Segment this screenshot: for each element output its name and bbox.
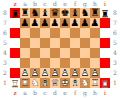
corner-top-right (110, 0, 120, 8)
piece-black-pawn[interactable]: ♟ (30, 18, 40, 28)
square-b4[interactable] (30, 48, 40, 58)
file-label-bottom-b: b (30, 88, 40, 98)
rank-label-left-2: 2 (0, 68, 10, 78)
square-f6[interactable] (70, 28, 80, 38)
rank-label-right-5: 5 (110, 38, 120, 48)
file-label-bottom-a: a (20, 88, 30, 98)
piece-glyph-outline: ♖ (20, 78, 30, 88)
rank-label-right-8: 8 (110, 8, 120, 18)
piece-glyph-outline: ♗ (70, 78, 80, 88)
square-z3[interactable] (10, 58, 20, 68)
piece-glyph-outline: ♘ (80, 78, 90, 88)
file-label-bottom-h: h (90, 88, 100, 98)
piece-glyph: ♟ (40, 18, 50, 28)
rank-label-left-6: 6 (0, 28, 10, 38)
piece-glyph: ♜ (10, 8, 20, 18)
square-e5[interactable] (60, 38, 70, 48)
piece-glyph-outline: ♖ (100, 78, 110, 88)
piece-white-bishop[interactable]: ♝♗ (40, 78, 50, 88)
square-a4[interactable] (20, 48, 30, 58)
square-f1[interactable]: ♝♗ (70, 78, 80, 88)
file-label-top-i: i (100, 0, 110, 8)
square-a1[interactable]: ♜♖ (20, 78, 30, 88)
square-z2[interactable] (10, 68, 20, 78)
square-g5[interactable] (80, 38, 90, 48)
square-f4[interactable] (70, 48, 80, 58)
piece-white-rook[interactable]: ♜♖ (90, 78, 100, 88)
file-label-bottom-c: c (40, 88, 50, 98)
square-a7[interactable]: ♟ (20, 18, 30, 28)
piece-white-knight[interactable]: ♞♘ (30, 78, 40, 88)
piece-glyph: ♟ (30, 18, 40, 28)
rank-label-right-3: 3 (110, 58, 120, 68)
rank-label-left-3: 3 (0, 58, 10, 68)
square-d5[interactable] (50, 38, 60, 48)
square-z8[interactable]: ♜ (10, 8, 20, 18)
piece-glyph-outline: ♘ (30, 78, 40, 88)
piece-black-pawn[interactable]: ♟ (20, 18, 30, 28)
rank-label-left-4: 4 (0, 48, 10, 58)
piece-white-knight[interactable]: ♞♘ (80, 78, 90, 88)
piece-black-cannon[interactable]: ♜ (10, 8, 20, 18)
file-label-bottom-i: i (100, 88, 110, 98)
piece-black-pawn[interactable]: ♟ (80, 18, 90, 28)
file-label-top-z: z (10, 0, 20, 8)
square-c7[interactable]: ♟ (40, 18, 50, 28)
square-f5[interactable] (70, 38, 80, 48)
piece-glyph-outline: ♗ (40, 78, 50, 88)
rank-label-right-1: 1 (110, 78, 120, 88)
square-d1[interactable]: ♛♕ (50, 78, 60, 88)
rank-label-left-5: 5 (0, 38, 10, 48)
rank-label-right-4: 4 (110, 48, 120, 58)
piece-white-cannon[interactable]: ♜♖ (100, 78, 110, 88)
square-z6[interactable] (10, 28, 20, 38)
rank-label-right-7: 7 (110, 18, 120, 28)
piece-glyph: ♟ (90, 18, 100, 28)
square-i8[interactable]: ♜ (100, 8, 110, 18)
square-d6[interactable] (50, 28, 60, 38)
square-b7[interactable]: ♟ (30, 18, 40, 28)
rank-label-left-1: 1 (0, 78, 10, 88)
square-a6[interactable] (20, 28, 30, 38)
file-label-bottom-d: d (50, 88, 60, 98)
square-i7[interactable] (100, 18, 110, 28)
square-e1[interactable]: ♚♔ (60, 78, 70, 88)
square-z1[interactable]: ♜♖ (10, 78, 20, 88)
piece-white-rook[interactable]: ♜♖ (20, 78, 30, 88)
square-c5[interactable] (40, 38, 50, 48)
piece-white-queen[interactable]: ♛♕ (50, 78, 60, 88)
piece-black-pawn[interactable]: ♟ (40, 18, 50, 28)
file-label-bottom-g: g (80, 88, 90, 98)
square-z5[interactable] (10, 38, 20, 48)
square-e4[interactable] (60, 48, 70, 58)
square-h6[interactable] (90, 28, 100, 38)
square-g7[interactable]: ♟ (80, 18, 90, 28)
square-a5[interactable] (20, 38, 30, 48)
piece-black-pawn[interactable]: ♟ (60, 18, 70, 28)
square-e6[interactable] (60, 28, 70, 38)
piece-white-bishop[interactable]: ♝♗ (70, 78, 80, 88)
piece-glyph: ♟ (60, 18, 70, 28)
board-grid: zabcdefghi8♜♜♞♝♛♚♝♞♜♜87♟♟♟♟♟♟♟♟766554433… (0, 0, 120, 98)
square-c4[interactable] (40, 48, 50, 58)
piece-white-king[interactable]: ♚♔ (60, 78, 70, 88)
square-i5[interactable] (100, 38, 110, 48)
square-h7[interactable]: ♟ (90, 18, 100, 28)
square-i3[interactable] (100, 58, 110, 68)
piece-glyph-outline: ♕ (50, 78, 60, 88)
square-z4[interactable] (10, 48, 20, 58)
rank-label-left-7: 7 (0, 18, 10, 28)
square-i2[interactable] (100, 68, 110, 78)
file-label-bottom-f: f (70, 88, 80, 98)
file-label-bottom-z: z (10, 88, 20, 98)
piece-black-pawn[interactable]: ♟ (50, 18, 60, 28)
file-label-bottom-e: e (60, 88, 70, 98)
square-f7[interactable]: ♟ (70, 18, 80, 28)
corner-top-left (0, 0, 10, 8)
square-c6[interactable] (40, 28, 50, 38)
square-h4[interactable] (90, 48, 100, 58)
piece-white-cannon[interactable]: ♜♖ (10, 78, 20, 88)
square-z7[interactable] (10, 18, 20, 28)
rank-label-right-2: 2 (110, 68, 120, 78)
square-c1[interactable]: ♝♗ (40, 78, 50, 88)
piece-glyph: ♟ (70, 18, 80, 28)
square-d4[interactable] (50, 48, 60, 58)
chess-variant-diagram: zabcdefghi8♜♜♞♝♛♚♝♞♜♜87♟♟♟♟♟♟♟♟766554433… (0, 0, 120, 98)
piece-glyph-outline: ♖ (10, 78, 20, 88)
square-b1[interactable]: ♞♘ (30, 78, 40, 88)
square-d7[interactable]: ♟ (50, 18, 60, 28)
piece-glyph: ♜ (100, 8, 110, 18)
corner-bottom-left (0, 88, 10, 98)
square-g6[interactable] (80, 28, 90, 38)
piece-glyph-outline: ♖ (90, 78, 100, 88)
square-h1[interactable]: ♜♖ (90, 78, 100, 88)
square-i4[interactable] (100, 48, 110, 58)
square-e7[interactable]: ♟ (60, 18, 70, 28)
piece-glyph-outline: ♔ (60, 78, 70, 88)
piece-glyph: ♟ (20, 18, 30, 28)
piece-black-pawn[interactable]: ♟ (70, 18, 80, 28)
rank-label-left-8: 8 (0, 8, 10, 18)
square-i6[interactable] (100, 28, 110, 38)
piece-black-cannon[interactable]: ♜ (100, 8, 110, 18)
rank-label-right-6: 6 (110, 28, 120, 38)
piece-glyph: ♟ (50, 18, 60, 28)
square-g1[interactable]: ♞♘ (80, 78, 90, 88)
square-g4[interactable] (80, 48, 90, 58)
square-b6[interactable] (30, 28, 40, 38)
piece-black-pawn[interactable]: ♟ (90, 18, 100, 28)
piece-glyph: ♟ (80, 18, 90, 28)
square-b5[interactable] (30, 38, 40, 48)
square-i1[interactable]: ♜♖ (100, 78, 110, 88)
corner-bottom-right (110, 88, 120, 98)
square-h5[interactable] (90, 38, 100, 48)
